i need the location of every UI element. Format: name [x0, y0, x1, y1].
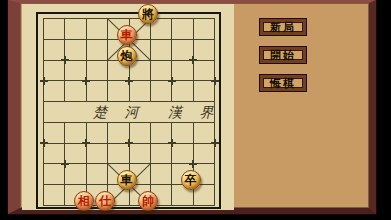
point-marker [171, 77, 173, 85]
piece-red-general[interactable]: 帥 [138, 191, 158, 211]
app-window: 楚 河 漢 界 將車炮車卒相仕帥 新局 開始 悔棋 [8, 0, 376, 214]
point-marker [43, 139, 45, 147]
point-marker [214, 77, 216, 85]
grid-line [171, 122, 172, 206]
grid-line [86, 18, 87, 102]
piece-black-soldier[interactable]: 卒 [181, 170, 201, 190]
piece-black-cannon[interactable]: 炮 [117, 46, 137, 66]
river-label-right: 漢 界 [168, 104, 221, 122]
river-label-left: 楚 河 [93, 104, 146, 122]
point-marker [192, 160, 194, 168]
point-marker [43, 77, 45, 85]
point-marker [128, 77, 130, 85]
grid-line [43, 18, 44, 206]
piece-red-chariot[interactable]: 車 [117, 25, 137, 45]
grid-line [171, 18, 172, 102]
point-marker [64, 56, 66, 64]
point-marker [192, 56, 194, 64]
piece-red-elephant[interactable]: 相 [74, 191, 94, 211]
point-marker [85, 77, 87, 85]
new-game-button[interactable]: 新局 [259, 18, 307, 36]
point-marker [214, 139, 216, 147]
screen: 楚 河 漢 界 將車炮車卒相仕帥 新局 開始 悔棋 [0, 0, 391, 220]
point-marker [128, 139, 130, 147]
point-marker [64, 160, 66, 168]
side-panel: 新局 開始 悔棋 [259, 18, 307, 92]
piece-black-general[interactable]: 將 [138, 4, 158, 24]
grid-line [214, 18, 215, 206]
xiangqi-board[interactable]: 楚 河 漢 界 將車炮車卒相仕帥 [22, 4, 234, 210]
point-marker [85, 139, 87, 147]
point-marker [171, 139, 173, 147]
undo-button[interactable]: 悔棋 [259, 74, 307, 92]
piece-black-chariot[interactable]: 車 [117, 170, 137, 190]
start-button[interactable]: 開始 [259, 46, 307, 64]
piece-red-advisor[interactable]: 仕 [95, 191, 115, 211]
grid-line [129, 122, 130, 206]
